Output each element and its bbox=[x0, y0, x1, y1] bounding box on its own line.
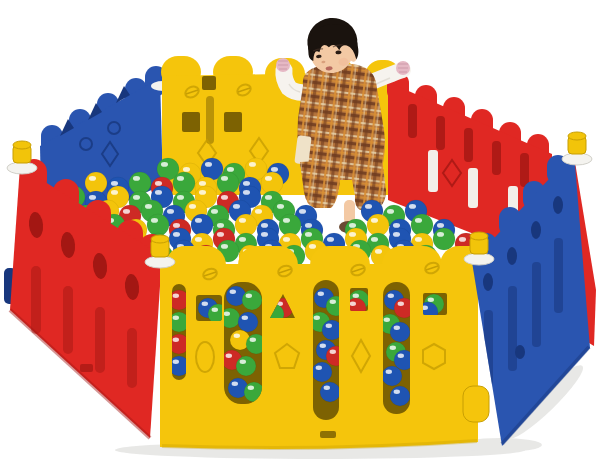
ball-highlight bbox=[459, 237, 466, 242]
ballpit-scene bbox=[0, 0, 600, 471]
ball-highlight bbox=[199, 181, 206, 186]
ball-highlight bbox=[221, 195, 228, 200]
play-ball bbox=[322, 320, 342, 340]
ball-highlight bbox=[239, 237, 246, 242]
ball-highlight bbox=[173, 232, 180, 237]
play-ball bbox=[242, 290, 262, 310]
ball-highlight bbox=[393, 232, 400, 237]
play-ball bbox=[169, 312, 189, 332]
ball-highlight bbox=[283, 237, 290, 242]
ball-highlight bbox=[365, 204, 372, 209]
ball-highlight bbox=[375, 249, 382, 254]
ball-highlight bbox=[195, 237, 202, 242]
ball-highlight bbox=[386, 370, 392, 374]
ball-highlight bbox=[349, 223, 356, 228]
ball-highlight bbox=[167, 209, 174, 214]
ball-highlight bbox=[89, 195, 96, 200]
ball-highlight bbox=[155, 181, 162, 186]
ball-highlight bbox=[233, 204, 240, 209]
connector-knob-left bbox=[7, 141, 37, 174]
ball-highlight bbox=[243, 181, 250, 186]
play-ball bbox=[129, 172, 151, 194]
ball-highlight bbox=[388, 294, 394, 298]
play-ball bbox=[169, 334, 189, 354]
ball-highlight bbox=[199, 190, 206, 195]
picket-gap bbox=[428, 150, 438, 192]
ball-highlight bbox=[314, 316, 320, 320]
ball-highlight bbox=[271, 167, 278, 172]
play-ball bbox=[411, 214, 433, 236]
ball-highlight bbox=[246, 294, 252, 298]
ball-highlight bbox=[261, 232, 268, 237]
play-ball bbox=[390, 386, 410, 406]
ball-highlight bbox=[428, 298, 434, 302]
ball-highlight bbox=[89, 176, 96, 181]
ball-highlight bbox=[123, 209, 130, 214]
ball-highlight bbox=[212, 308, 218, 312]
ball-highlight bbox=[398, 302, 404, 306]
ball-highlight bbox=[371, 218, 378, 223]
play-ball bbox=[261, 172, 283, 194]
ball-highlight bbox=[243, 190, 250, 195]
play-ball bbox=[382, 366, 402, 386]
ball-highlight bbox=[437, 232, 444, 237]
ball-highlight bbox=[349, 232, 356, 237]
ball-highlight bbox=[255, 209, 262, 214]
ball-highlight bbox=[221, 176, 228, 181]
ball-highlight bbox=[205, 162, 212, 167]
ball-highlight bbox=[353, 294, 359, 298]
ball-highlight bbox=[330, 300, 336, 304]
play-ball bbox=[235, 214, 257, 236]
play-ball bbox=[85, 172, 107, 194]
ball-highlight bbox=[173, 360, 179, 364]
play-ball bbox=[191, 214, 213, 236]
ball-highlight bbox=[242, 316, 248, 320]
ball-highlight bbox=[211, 209, 218, 214]
ball-highlight bbox=[173, 338, 179, 342]
ball-highlight bbox=[330, 350, 336, 354]
play-ball bbox=[433, 228, 455, 250]
ball-highlight bbox=[398, 354, 404, 358]
ball-highlight bbox=[409, 204, 416, 209]
ball-highlight bbox=[265, 176, 272, 181]
ball-highlight bbox=[350, 302, 356, 306]
ball-highlight bbox=[173, 316, 179, 320]
ball-highlight bbox=[177, 195, 184, 200]
ball-highlight bbox=[173, 223, 180, 228]
ball-highlight bbox=[195, 218, 202, 223]
ball-highlight bbox=[390, 346, 396, 350]
ball-highlight bbox=[111, 190, 118, 195]
ball-highlight bbox=[145, 204, 152, 209]
play-ball bbox=[390, 322, 410, 342]
ball-highlight bbox=[387, 209, 394, 214]
ball-highlight bbox=[320, 344, 326, 348]
ball-highlight bbox=[217, 223, 224, 228]
play-ball bbox=[279, 214, 301, 236]
ball-highlight bbox=[221, 244, 228, 249]
ball-highlight bbox=[230, 290, 236, 294]
connector-knob-right bbox=[562, 132, 592, 165]
ball-highlight bbox=[249, 162, 256, 167]
ball-highlight bbox=[250, 338, 256, 342]
ball-highlight bbox=[161, 162, 168, 167]
ball-highlight bbox=[240, 360, 246, 364]
ball-highlight bbox=[265, 195, 272, 200]
ball-highlight bbox=[283, 218, 290, 223]
play-ball bbox=[173, 172, 195, 194]
ball-highlight bbox=[173, 294, 179, 298]
product-photo bbox=[0, 0, 600, 471]
play-ball bbox=[238, 312, 258, 332]
ball-highlight bbox=[394, 326, 400, 330]
ball-highlight bbox=[277, 204, 284, 209]
play-ball bbox=[312, 362, 332, 382]
play-ball bbox=[320, 382, 340, 402]
ball-highlight bbox=[415, 237, 422, 242]
play-ball bbox=[217, 172, 239, 194]
ball-highlight bbox=[232, 382, 238, 386]
ball-highlight bbox=[248, 386, 254, 390]
ball-highlight bbox=[217, 232, 224, 237]
ball-highlight bbox=[151, 218, 158, 223]
ball-highlight bbox=[261, 223, 268, 228]
ball-highlight bbox=[133, 176, 140, 181]
ball-highlight bbox=[327, 237, 334, 242]
ball-highlight bbox=[155, 190, 162, 195]
ball-highlight bbox=[394, 390, 400, 394]
oval-hole bbox=[483, 273, 493, 291]
play-ball bbox=[236, 356, 256, 376]
ball-highlight bbox=[226, 354, 232, 358]
play-ball bbox=[367, 214, 389, 236]
ball-highlight bbox=[234, 334, 240, 338]
ball-highlight bbox=[227, 167, 234, 172]
ball-highlight bbox=[326, 324, 332, 328]
play-ball bbox=[169, 290, 189, 310]
ball-highlight bbox=[183, 167, 190, 172]
ball-highlight bbox=[305, 232, 312, 237]
ball-highlight bbox=[393, 223, 400, 228]
ball-highlight bbox=[415, 218, 422, 223]
ball-highlight bbox=[384, 318, 390, 322]
ball-highlight bbox=[316, 366, 322, 370]
ball-highlight bbox=[299, 209, 306, 214]
ball-highlight bbox=[239, 218, 246, 223]
ball-highlight bbox=[133, 195, 140, 200]
ball-highlight bbox=[189, 204, 196, 209]
ball-highlight bbox=[309, 244, 316, 249]
play-ball bbox=[169, 356, 189, 376]
ball-highlight bbox=[111, 181, 118, 186]
ball-highlight bbox=[305, 223, 312, 228]
ball-highlight bbox=[437, 223, 444, 228]
panel-front-center-yellow bbox=[160, 246, 490, 449]
ball-highlight bbox=[318, 292, 324, 296]
ball-highlight bbox=[224, 312, 230, 316]
hinge-tab-yellow bbox=[463, 386, 489, 422]
play-ball bbox=[147, 214, 169, 236]
ball-highlight bbox=[202, 302, 208, 306]
square-hole bbox=[202, 76, 216, 90]
ball-highlight bbox=[324, 386, 330, 390]
ball-highlight bbox=[177, 176, 184, 181]
ball-highlight bbox=[371, 237, 378, 242]
